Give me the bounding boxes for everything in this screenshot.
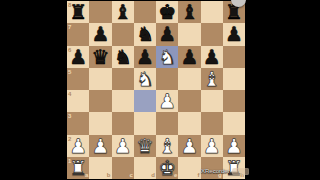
square-f2[interactable]: ♟ — [178, 135, 200, 157]
square-g8[interactable] — [201, 1, 223, 23]
square-e4[interactable]: ♟ — [156, 90, 178, 112]
square-a3[interactable]: 3 — [67, 112, 89, 134]
square-a1[interactable]: 1a♜ — [67, 157, 89, 179]
coordinate-rank-5: 5 — [68, 69, 71, 75]
piece-black-knight-c6[interactable]: ♞ — [114, 46, 132, 66]
coordinate-file-d: d — [151, 172, 155, 178]
square-d3[interactable] — [134, 112, 156, 134]
piece-black-pawn-g6[interactable]: ♟ — [203, 46, 221, 66]
piece-black-bishop-f8[interactable]: ♝ — [180, 2, 198, 22]
square-f6[interactable]: ♟ — [178, 46, 200, 68]
square-a7[interactable]: 7 — [67, 23, 89, 45]
piece-white-king-e1[interactable]: ♚ — [158, 157, 176, 177]
piece-white-bishop-e2[interactable]: ♝ — [158, 135, 176, 155]
square-c2[interactable]: ♟ — [112, 135, 134, 157]
square-g2[interactable]: ♟ — [201, 135, 223, 157]
square-g6[interactable]: ♟ — [201, 46, 223, 68]
square-g3[interactable] — [201, 112, 223, 134]
square-e3[interactable] — [156, 112, 178, 134]
coordinate-rank-3: 3 — [68, 113, 71, 119]
piece-black-queen-b6[interactable]: ♛ — [91, 46, 109, 66]
square-b8[interactable] — [89, 1, 111, 23]
square-a2[interactable]: 2♟ — [67, 135, 89, 157]
square-b1[interactable]: b — [89, 157, 111, 179]
square-f7[interactable] — [178, 23, 200, 45]
square-f3[interactable] — [178, 112, 200, 134]
square-g4[interactable] — [201, 90, 223, 112]
square-b3[interactable] — [89, 112, 111, 134]
coordinate-rank-4: 4 — [68, 91, 71, 97]
piece-black-pawn-f6[interactable]: ♟ — [180, 46, 198, 66]
square-d5[interactable]: ♞ — [134, 68, 156, 90]
square-e7[interactable]: ♟ — [156, 23, 178, 45]
square-f5[interactable] — [178, 68, 200, 90]
square-d8[interactable] — [134, 1, 156, 23]
square-f8[interactable]: ♝ — [178, 1, 200, 23]
piece-white-queen-d2[interactable]: ♛ — [136, 135, 154, 155]
square-c3[interactable] — [112, 112, 134, 134]
square-e8[interactable]: ♚ — [156, 1, 178, 23]
square-h3[interactable] — [223, 112, 245, 134]
square-c6[interactable]: ♞ — [112, 46, 134, 68]
square-e5[interactable] — [156, 68, 178, 90]
square-f4[interactable] — [178, 90, 200, 112]
square-d1[interactable]: d — [134, 157, 156, 179]
coordinate-file-f: f — [198, 172, 200, 178]
piece-black-pawn-d6[interactable]: ♟ — [136, 46, 154, 66]
square-h4[interactable] — [223, 90, 245, 112]
square-h7[interactable]: ♟ — [223, 23, 245, 45]
piece-black-knight-d7[interactable]: ♞ — [136, 24, 154, 44]
piece-white-pawn-g2[interactable]: ♟ — [203, 135, 221, 155]
square-a8[interactable]: 8♜ — [67, 1, 89, 23]
piece-black-pawn-a6[interactable]: ♟ — [69, 46, 87, 66]
square-d4[interactable] — [134, 90, 156, 112]
square-d2[interactable]: ♛ — [134, 135, 156, 157]
square-e1[interactable]: e♚ — [156, 157, 178, 179]
square-d6[interactable]: ♟ — [134, 46, 156, 68]
piece-black-pawn-e7[interactable]: ♟ — [158, 24, 176, 44]
square-h6[interactable] — [223, 46, 245, 68]
square-g7[interactable] — [201, 23, 223, 45]
piece-white-bishop-g5[interactable]: ♝ — [203, 68, 221, 88]
square-c4[interactable] — [112, 90, 134, 112]
piece-white-pawn-f2[interactable]: ♟ — [180, 135, 198, 155]
square-c1[interactable]: c — [112, 157, 134, 179]
coordinate-file-c: c — [129, 172, 132, 178]
square-b4[interactable] — [89, 90, 111, 112]
square-h5[interactable] — [223, 68, 245, 90]
piece-black-pawn-h7[interactable]: ♟ — [225, 24, 243, 44]
watermark-logo-icon — [232, 168, 249, 175]
piece-black-bishop-c8[interactable]: ♝ — [114, 2, 132, 22]
square-f1[interactable]: f — [178, 157, 200, 179]
chess-board: 8♜♝♚♝♜7♟♞♟♟6♟♛♞♟♞♟♟5♞♝4♟32♟♟♟♛♝♟♟♟1a♜bcd… — [67, 1, 245, 179]
square-e2[interactable]: ♝ — [156, 135, 178, 157]
square-c7[interactable] — [112, 23, 134, 45]
square-a6[interactable]: 6♟ — [67, 46, 89, 68]
square-g5[interactable]: ♝ — [201, 68, 223, 90]
piece-black-rook-a8[interactable]: ♜ — [69, 2, 87, 22]
square-b6[interactable]: ♛ — [89, 46, 111, 68]
piece-white-pawn-c2[interactable]: ♟ — [114, 135, 132, 155]
watermark-text: XRecorder — [201, 168, 230, 175]
coordinate-rank-7: 7 — [68, 24, 71, 30]
piece-white-pawn-a2[interactable]: ♟ — [69, 135, 87, 155]
square-d7[interactable]: ♞ — [134, 23, 156, 45]
piece-black-king-e8[interactable]: ♚ — [158, 2, 176, 22]
square-e6[interactable]: ♞ — [156, 46, 178, 68]
piece-white-rook-a1[interactable]: ♜ — [69, 157, 87, 177]
square-a4[interactable]: 4 — [67, 90, 89, 112]
piece-white-knight-e6[interactable]: ♞ — [158, 46, 176, 66]
watermark: XRecorder — [201, 167, 249, 176]
piece-white-pawn-h2[interactable]: ♟ — [225, 135, 243, 155]
square-h2[interactable]: ♟ — [223, 135, 245, 157]
piece-white-pawn-e4[interactable]: ♟ — [158, 91, 176, 111]
piece-black-pawn-b7[interactable]: ♟ — [91, 24, 109, 44]
piece-white-pawn-b2[interactable]: ♟ — [91, 135, 109, 155]
square-c8[interactable]: ♝ — [112, 1, 134, 23]
square-a5[interactable]: 5 — [67, 68, 89, 90]
screen-background: 8♜♝♚♝♜7♟♞♟♟6♟♛♞♟♞♟♟5♞♝4♟32♟♟♟♛♝♟♟♟1a♜bcd… — [0, 0, 320, 180]
square-b2[interactable]: ♟ — [89, 135, 111, 157]
square-c5[interactable] — [112, 68, 134, 90]
square-b5[interactable] — [89, 68, 111, 90]
piece-white-knight-d5[interactable]: ♞ — [136, 68, 154, 88]
square-b7[interactable]: ♟ — [89, 23, 111, 45]
coordinate-file-b: b — [107, 172, 111, 178]
